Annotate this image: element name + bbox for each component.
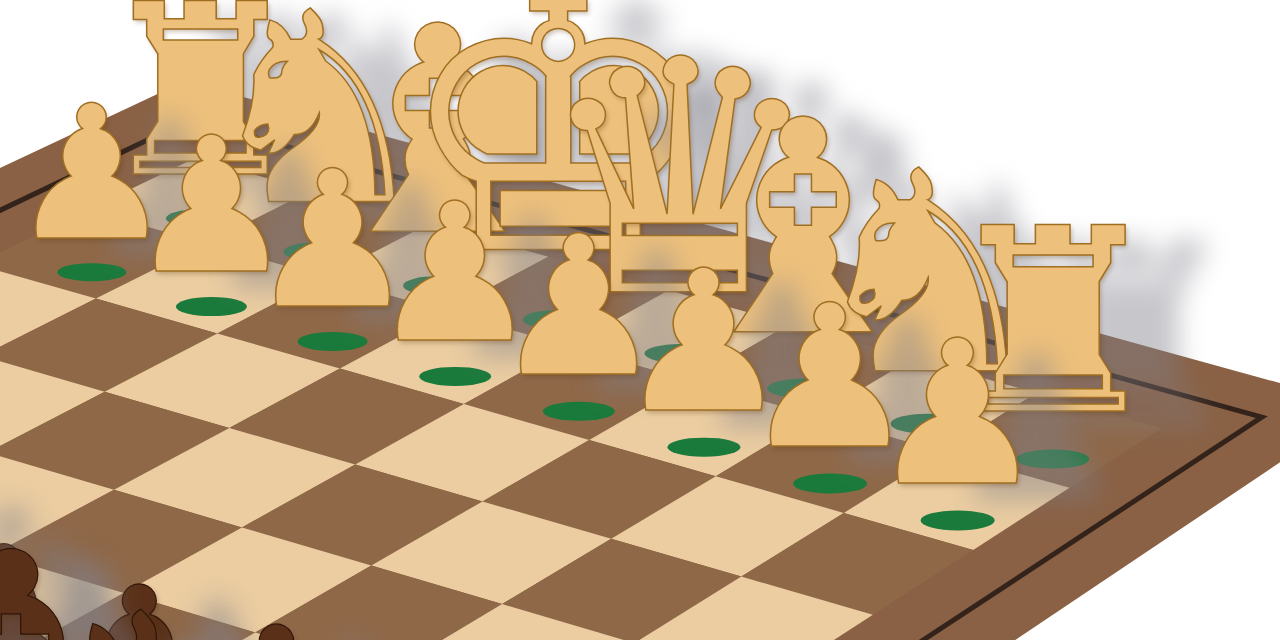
chess-board — [0, 0, 1280, 640]
chess-set-product-photo: ♜♞♝♛♚♝♞♜♟♟♟♟♟♟♟♟♟♟♟♟♟♜♞♝♛ — [0, 0, 1280, 640]
